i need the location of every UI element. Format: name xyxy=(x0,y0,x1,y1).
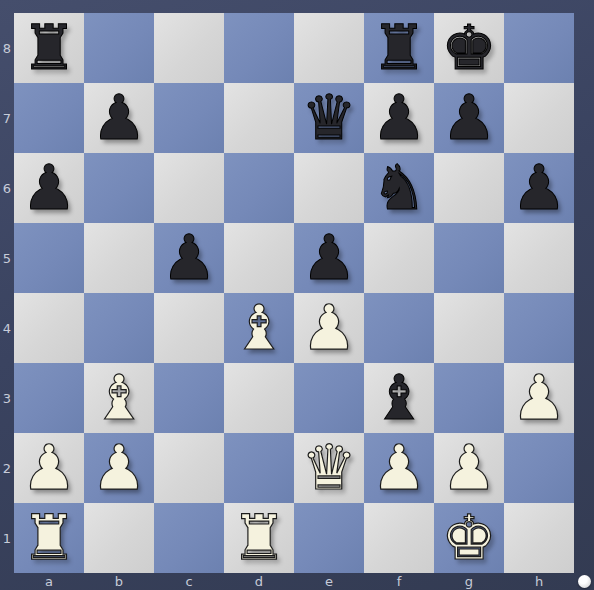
file-label-b: b xyxy=(84,573,154,590)
black-rook[interactable]: ♜ xyxy=(371,13,427,83)
square-e1[interactable] xyxy=(294,503,364,573)
square-b3[interactable]: ♝ xyxy=(84,363,154,433)
square-a1[interactable]: ♜ xyxy=(14,503,84,573)
file-label-d: d xyxy=(224,573,294,590)
file-label-h: h xyxy=(504,573,574,590)
square-c1[interactable] xyxy=(154,503,224,573)
square-c6[interactable] xyxy=(154,153,224,223)
square-e5[interactable]: ♟ xyxy=(294,223,364,293)
white-to-move-indicator xyxy=(578,575,591,588)
black-queen[interactable]: ♛ xyxy=(301,83,357,153)
file-label-c: c xyxy=(154,573,224,590)
rank-label-1: 1 xyxy=(0,503,14,573)
rank-label-3: 3 xyxy=(0,363,14,433)
square-e4[interactable]: ♟ xyxy=(294,293,364,363)
square-c5[interactable]: ♟ xyxy=(154,223,224,293)
square-g8[interactable]: ♚ xyxy=(434,13,504,83)
square-f1[interactable] xyxy=(364,503,434,573)
square-e8[interactable] xyxy=(294,13,364,83)
square-d2[interactable] xyxy=(224,433,294,503)
square-h2[interactable] xyxy=(504,433,574,503)
rank-label-6: 6 xyxy=(0,153,14,223)
square-b8[interactable] xyxy=(84,13,154,83)
white-bishop[interactable]: ♝ xyxy=(231,293,287,363)
black-pawn[interactable]: ♟ xyxy=(161,223,217,293)
square-b5[interactable] xyxy=(84,223,154,293)
rank-label-7: 7 xyxy=(0,83,14,153)
black-knight[interactable]: ♞ xyxy=(371,153,427,223)
square-a5[interactable] xyxy=(14,223,84,293)
white-pawn[interactable]: ♟ xyxy=(511,363,567,433)
square-f4[interactable] xyxy=(364,293,434,363)
square-c4[interactable] xyxy=(154,293,224,363)
black-rook[interactable]: ♜ xyxy=(21,13,77,83)
square-b2[interactable]: ♟ xyxy=(84,433,154,503)
square-d3[interactable] xyxy=(224,363,294,433)
black-king[interactable]: ♚ xyxy=(441,13,497,83)
black-pawn[interactable]: ♟ xyxy=(441,83,497,153)
square-g2[interactable]: ♟ xyxy=(434,433,504,503)
square-c7[interactable] xyxy=(154,83,224,153)
square-d6[interactable] xyxy=(224,153,294,223)
square-h7[interactable] xyxy=(504,83,574,153)
square-f6[interactable]: ♞ xyxy=(364,153,434,223)
square-e2[interactable]: ♛ xyxy=(294,433,364,503)
square-f8[interactable]: ♜ xyxy=(364,13,434,83)
square-c3[interactable] xyxy=(154,363,224,433)
black-pawn[interactable]: ♟ xyxy=(511,153,567,223)
square-a2[interactable]: ♟ xyxy=(14,433,84,503)
square-e6[interactable] xyxy=(294,153,364,223)
white-pawn[interactable]: ♟ xyxy=(371,433,427,503)
black-pawn[interactable]: ♟ xyxy=(301,223,357,293)
square-b6[interactable] xyxy=(84,153,154,223)
rank-labels: 87654321 xyxy=(0,13,14,573)
white-pawn[interactable]: ♟ xyxy=(301,293,357,363)
square-g7[interactable]: ♟ xyxy=(434,83,504,153)
rank-label-5: 5 xyxy=(0,223,14,293)
square-f3[interactable]: ♝ xyxy=(364,363,434,433)
rank-label-4: 4 xyxy=(0,293,14,363)
square-h8[interactable] xyxy=(504,13,574,83)
square-h6[interactable]: ♟ xyxy=(504,153,574,223)
square-b7[interactable]: ♟ xyxy=(84,83,154,153)
square-c2[interactable] xyxy=(154,433,224,503)
square-g1[interactable]: ♚ xyxy=(434,503,504,573)
square-g6[interactable] xyxy=(434,153,504,223)
square-d1[interactable]: ♜ xyxy=(224,503,294,573)
file-label-f: f xyxy=(364,573,434,590)
square-h5[interactable] xyxy=(504,223,574,293)
file-label-g: g xyxy=(434,573,504,590)
white-pawn[interactable]: ♟ xyxy=(91,433,147,503)
white-pawn[interactable]: ♟ xyxy=(21,433,77,503)
square-d4[interactable]: ♝ xyxy=(224,293,294,363)
white-rook[interactable]: ♜ xyxy=(21,503,77,573)
square-f7[interactable]: ♟ xyxy=(364,83,434,153)
file-labels: abcdefgh xyxy=(14,573,574,590)
rank-label-2: 2 xyxy=(0,433,14,503)
file-label-a: a xyxy=(14,573,84,590)
black-pawn[interactable]: ♟ xyxy=(21,153,77,223)
square-e7[interactable]: ♛ xyxy=(294,83,364,153)
black-pawn[interactable]: ♟ xyxy=(91,83,147,153)
white-rook[interactable]: ♜ xyxy=(231,503,287,573)
white-queen[interactable]: ♛ xyxy=(301,433,357,503)
square-h3[interactable]: ♟ xyxy=(504,363,574,433)
white-king[interactable]: ♚ xyxy=(441,503,497,573)
square-a3[interactable] xyxy=(14,363,84,433)
rank-label-8: 8 xyxy=(0,13,14,83)
board: ♜♜♚♟♛♟♟♟♞♟♟♟♝♟♝♝♟♟♟♛♟♟♜♜♚ xyxy=(14,13,574,573)
square-e3[interactable] xyxy=(294,363,364,433)
black-pawn[interactable]: ♟ xyxy=(371,83,427,153)
square-f2[interactable]: ♟ xyxy=(364,433,434,503)
white-bishop[interactable]: ♝ xyxy=(91,363,147,433)
square-f5[interactable] xyxy=(364,223,434,293)
square-b1[interactable] xyxy=(84,503,154,573)
square-h1[interactable] xyxy=(504,503,574,573)
chess-app-stage: ♜♜♚♟♛♟♟♟♞♟♟♟♝♟♝♝♟♟♟♛♟♟♜♜♚ 87654321 abcde… xyxy=(0,0,594,590)
square-a8[interactable]: ♜ xyxy=(14,13,84,83)
white-pawn[interactable]: ♟ xyxy=(441,433,497,503)
square-g5[interactable] xyxy=(434,223,504,293)
square-a4[interactable] xyxy=(14,293,84,363)
square-g4[interactable] xyxy=(434,293,504,363)
square-a7[interactable] xyxy=(14,83,84,153)
square-a6[interactable]: ♟ xyxy=(14,153,84,223)
square-d8[interactable] xyxy=(224,13,294,83)
square-g3[interactable] xyxy=(434,363,504,433)
black-bishop[interactable]: ♝ xyxy=(371,363,427,433)
square-c8[interactable] xyxy=(154,13,224,83)
square-h4[interactable] xyxy=(504,293,574,363)
square-b4[interactable] xyxy=(84,293,154,363)
file-label-e: e xyxy=(294,573,364,590)
square-d5[interactable] xyxy=(224,223,294,293)
square-d7[interactable] xyxy=(224,83,294,153)
